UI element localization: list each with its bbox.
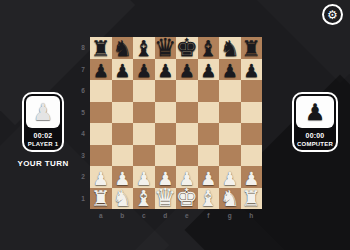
square-a6[interactable] [90,80,112,102]
rank-label-3: 3 [78,145,88,167]
piece-black-pawn[interactable]: ♟ [93,62,109,80]
square-b5[interactable] [112,102,134,124]
file-label-a: a [90,210,112,220]
square-f2[interactable]: ♟ [198,166,220,188]
piece-black-bishop[interactable]: ♝ [134,38,154,60]
square-f3[interactable] [198,145,220,167]
piece-black-pawn[interactable]: ♟ [222,62,238,80]
file-label-c: c [133,210,155,220]
rank-label-5: 5 [78,102,88,124]
rank-label-4: 4 [78,123,88,145]
player1-clock: 00:02 [34,132,53,139]
square-b6[interactable] [112,80,134,102]
player1-card: ♟ 00:02 PLAYER 1 [22,92,64,152]
file-label-e: e [176,210,198,220]
square-b4[interactable] [112,123,134,145]
square-g2[interactable]: ♟ [219,166,241,188]
gear-icon: ⚙ [327,9,338,21]
file-label-g: g [219,210,241,220]
piece-white-knight[interactable]: ♞ [220,188,240,210]
square-e4[interactable] [176,123,198,145]
square-d5[interactable] [155,102,177,124]
square-e8[interactable]: ♚ [176,37,198,59]
square-h1[interactable]: ♜ [241,188,263,210]
piece-white-pawn[interactable]: ♟ [200,170,216,188]
square-g6[interactable] [219,80,241,102]
square-e1[interactable]: ♚ [176,188,198,210]
square-c8[interactable]: ♝ [133,37,155,59]
square-d6[interactable] [155,80,177,102]
piece-white-bishop[interactable]: ♝ [198,188,218,210]
square-f6[interactable] [198,80,220,102]
rank-labels: 87654321 [78,37,88,209]
square-e7[interactable]: ♟ [176,59,198,81]
square-g7[interactable]: ♟ [219,59,241,81]
square-h8[interactable]: ♜ [241,37,263,59]
square-f1[interactable]: ♝ [198,188,220,210]
white-pawn-icon: ♟ [26,96,60,128]
rank-label-1: 1 [78,188,88,210]
player1-name: PLAYER 1 [28,141,58,147]
turn-status: YOUR TURN [8,159,78,168]
square-c7[interactable]: ♟ [133,59,155,81]
rank-label-8: 8 [78,37,88,59]
square-e3[interactable] [176,145,198,167]
square-c5[interactable] [133,102,155,124]
square-c2[interactable]: ♟ [133,166,155,188]
square-g1[interactable]: ♞ [219,188,241,210]
square-b8[interactable]: ♞ [112,37,134,59]
square-h6[interactable] [241,80,263,102]
piece-black-queen[interactable]: ♛ [154,35,176,60]
square-a5[interactable] [90,102,112,124]
square-e5[interactable] [176,102,198,124]
piece-white-pawn[interactable]: ♟ [243,170,259,188]
rank-label-6: 6 [78,80,88,102]
square-h4[interactable] [241,123,263,145]
square-a1[interactable]: ♜ [90,188,112,210]
square-d8[interactable]: ♛ [155,37,177,59]
computer-card: ♟ 00:00 COMPUTER [292,92,338,152]
settings-button[interactable]: ⚙ [322,4,343,25]
square-f5[interactable] [198,102,220,124]
piece-black-knight[interactable]: ♞ [112,38,132,60]
square-a8[interactable]: ♜ [90,37,112,59]
piece-black-pawn[interactable]: ♟ [243,62,259,80]
rank-label-2: 2 [78,166,88,188]
square-c1[interactable]: ♝ [133,188,155,210]
square-b3[interactable] [112,145,134,167]
piece-white-queen[interactable]: ♛ [154,185,176,210]
file-label-h: h [241,210,263,220]
square-f4[interactable] [198,123,220,145]
piece-white-pawn[interactable]: ♟ [93,170,109,188]
piece-white-pawn[interactable]: ♟ [114,170,130,188]
piece-white-king[interactable]: ♚ [176,185,198,210]
square-d4[interactable] [155,123,177,145]
piece-white-knight[interactable]: ♞ [112,188,132,210]
piece-white-bishop[interactable]: ♝ [134,188,154,210]
piece-black-pawn[interactable]: ♟ [157,62,173,80]
square-b1[interactable]: ♞ [112,188,134,210]
piece-black-pawn[interactable]: ♟ [179,62,195,80]
square-h2[interactable]: ♟ [241,166,263,188]
chess-board[interactable]: ♜♞♝♛♚♝♞♜♟♟♟♟♟♟♟♟♟♟♟♟♟♟♟♟♜♞♝♛♚♝♞♜ [90,37,262,209]
square-h3[interactable] [241,145,263,167]
black-pawn-icon: ♟ [296,96,334,128]
piece-black-pawn[interactable]: ♟ [114,62,130,80]
computer-name: COMPUTER [297,141,333,147]
square-d7[interactable]: ♟ [155,59,177,81]
square-d3[interactable] [155,145,177,167]
piece-black-pawn[interactable]: ♟ [200,62,216,80]
piece-black-king[interactable]: ♚ [176,35,198,60]
square-a7[interactable]: ♟ [90,59,112,81]
rank-label-7: 7 [78,59,88,81]
square-b2[interactable]: ♟ [112,166,134,188]
square-e6[interactable] [176,80,198,102]
piece-black-bishop[interactable]: ♝ [198,38,218,60]
square-b7[interactable]: ♟ [112,59,134,81]
square-c3[interactable] [133,145,155,167]
square-c4[interactable] [133,123,155,145]
square-f7[interactable]: ♟ [198,59,220,81]
square-d1[interactable]: ♛ [155,188,177,210]
square-g5[interactable] [219,102,241,124]
piece-black-rook[interactable]: ♜ [91,38,111,60]
chess-game-screen: ⚙ 87654321 ♜♞♝♛♚♝♞♜♟♟♟♟♟♟♟♟♟♟♟♟♟♟♟♟♜♞♝♛♚… [0,0,350,250]
square-g4[interactable] [219,123,241,145]
square-a2[interactable]: ♟ [90,166,112,188]
file-label-d: d [155,210,177,220]
computer-clock: 00:00 [306,132,325,139]
square-g8[interactable]: ♞ [219,37,241,59]
file-label-f: f [198,210,220,220]
square-h7[interactable]: ♟ [241,59,263,81]
piece-black-knight[interactable]: ♞ [220,38,240,60]
piece-white-pawn[interactable]: ♟ [222,170,238,188]
piece-white-rook[interactable]: ♜ [91,188,111,210]
piece-white-pawn[interactable]: ♟ [136,170,152,188]
piece-black-pawn[interactable]: ♟ [136,62,152,80]
file-label-b: b [112,210,134,220]
square-a3[interactable] [90,145,112,167]
square-f8[interactable]: ♝ [198,37,220,59]
square-h5[interactable] [241,102,263,124]
square-a4[interactable] [90,123,112,145]
file-labels: abcdefgh [90,210,262,220]
piece-white-rook[interactable]: ♜ [241,188,261,210]
square-c6[interactable] [133,80,155,102]
square-g3[interactable] [219,145,241,167]
piece-black-rook[interactable]: ♜ [241,38,261,60]
